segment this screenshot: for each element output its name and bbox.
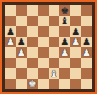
square-h7[interactable]: [81, 16, 92, 27]
square-a2[interactable]: [5, 68, 16, 79]
square-g2[interactable]: [70, 68, 81, 79]
square-f1[interactable]: [59, 79, 70, 90]
square-e6[interactable]: [49, 26, 60, 37]
square-d3[interactable]: [38, 58, 49, 69]
square-e5[interactable]: [49, 37, 60, 48]
white-king[interactable]: ♚: [28, 79, 37, 89]
square-e7[interactable]: [49, 16, 60, 27]
board-border: ♚♝♟♟♟♟♟♟♟♟♟♟♝♚: [2, 2, 95, 92]
square-e8[interactable]: [49, 5, 60, 16]
square-e3[interactable]: [49, 58, 60, 69]
white-pawn[interactable]: ♟: [71, 37, 80, 47]
black-pawn[interactable]: ♟: [82, 37, 91, 47]
white-bishop[interactable]: ♝: [50, 68, 59, 78]
square-d6[interactable]: [38, 26, 49, 37]
square-g7[interactable]: [70, 16, 81, 27]
white-pawn[interactable]: ♟: [61, 47, 70, 57]
square-f4[interactable]: ♟: [59, 47, 70, 58]
square-a7[interactable]: [5, 16, 16, 27]
black-pawn[interactable]: ♟: [17, 37, 26, 47]
square-h6[interactable]: [81, 26, 92, 37]
square-f2[interactable]: [59, 68, 70, 79]
square-a3[interactable]: [5, 58, 16, 69]
square-e1[interactable]: [49, 79, 60, 90]
square-b3[interactable]: [16, 58, 27, 69]
square-c2[interactable]: [27, 68, 38, 79]
square-h2[interactable]: [81, 68, 92, 79]
square-h1[interactable]: [81, 79, 92, 90]
chess-board[interactable]: ♚♝♟♟♟♟♟♟♟♟♟♟♝♚: [5, 5, 92, 89]
square-c3[interactable]: [27, 58, 38, 69]
square-e4[interactable]: [49, 47, 60, 58]
square-f8[interactable]: ♚: [59, 5, 70, 16]
square-b6[interactable]: [16, 26, 27, 37]
square-a6[interactable]: ♟: [5, 26, 16, 37]
square-d1[interactable]: [38, 79, 49, 90]
square-h8[interactable]: [81, 5, 92, 16]
square-g6[interactable]: ♟: [70, 26, 81, 37]
square-a8[interactable]: [5, 5, 16, 16]
square-g8[interactable]: [70, 5, 81, 16]
square-f7[interactable]: ♝: [59, 16, 70, 27]
square-b2[interactable]: [16, 68, 27, 79]
square-c7[interactable]: [27, 16, 38, 27]
square-f3[interactable]: [59, 58, 70, 69]
square-f5[interactable]: ♟: [59, 37, 70, 48]
square-a1[interactable]: [5, 79, 16, 90]
square-e2[interactable]: ♝: [49, 68, 60, 79]
square-d8[interactable]: [38, 5, 49, 16]
black-pawn[interactable]: ♟: [71, 26, 80, 36]
square-c4[interactable]: [27, 47, 38, 58]
square-c8[interactable]: [27, 5, 38, 16]
square-h5[interactable]: ♟: [81, 37, 92, 48]
black-pawn[interactable]: ♟: [61, 37, 70, 47]
square-g3[interactable]: [70, 58, 81, 69]
square-c6[interactable]: [27, 26, 38, 37]
white-pawn[interactable]: ♟: [82, 47, 91, 57]
square-d5[interactable]: [38, 37, 49, 48]
black-pawn[interactable]: ♟: [6, 26, 15, 36]
square-f6[interactable]: [59, 26, 70, 37]
black-king[interactable]: ♚: [61, 5, 70, 15]
square-b4[interactable]: ♟: [16, 47, 27, 58]
square-c5[interactable]: [27, 37, 38, 48]
square-d7[interactable]: [38, 16, 49, 27]
square-b5[interactable]: ♟: [16, 37, 27, 48]
square-h3[interactable]: [81, 58, 92, 69]
square-a5[interactable]: ♟: [5, 37, 16, 48]
square-d4[interactable]: [38, 47, 49, 58]
square-b1[interactable]: [16, 79, 27, 90]
black-bishop[interactable]: ♝: [61, 16, 70, 26]
square-h4[interactable]: ♟: [81, 47, 92, 58]
square-b8[interactable]: [16, 5, 27, 16]
square-g4[interactable]: [70, 47, 81, 58]
square-c1[interactable]: ♚: [27, 79, 38, 90]
square-d2[interactable]: [38, 68, 49, 79]
square-g1[interactable]: [70, 79, 81, 90]
square-b7[interactable]: [16, 16, 27, 27]
white-pawn[interactable]: ♟: [6, 37, 15, 47]
white-pawn[interactable]: ♟: [17, 47, 26, 57]
square-a4[interactable]: [5, 47, 16, 58]
square-g5[interactable]: ♟: [70, 37, 81, 48]
